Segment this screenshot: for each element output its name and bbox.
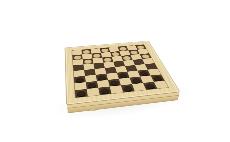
dark-checker[interactable]: ● xyxy=(99,86,110,94)
light-checker[interactable]: ● xyxy=(118,46,127,51)
light-checker[interactable]: ● xyxy=(73,54,81,59)
checkers-board-box: ●●●●●●●●●●●●●●●●●●●●●●●● xyxy=(65,41,181,105)
front-clasp-knob xyxy=(91,108,96,112)
dark-checker[interactable]: ● xyxy=(76,89,87,97)
light-checker[interactable]: ● xyxy=(103,56,112,61)
light-checker[interactable]: ● xyxy=(122,55,132,60)
square-h1[interactable] xyxy=(154,81,169,89)
light-checker[interactable]: ● xyxy=(136,44,145,49)
light-checker[interactable]: ● xyxy=(92,53,101,58)
scene: ●●●●●●●●●●●●●●●●●●●●●●●● xyxy=(0,0,230,142)
light-checker[interactable]: ● xyxy=(111,51,120,56)
light-checker[interactable]: ● xyxy=(100,47,109,52)
light-checker[interactable]: ● xyxy=(129,49,139,54)
dark-checker[interactable]: ● xyxy=(87,81,97,88)
light-checker[interactable]: ● xyxy=(140,53,150,58)
light-checker[interactable]: ● xyxy=(84,58,93,64)
light-checker[interactable]: ● xyxy=(82,49,90,54)
square-a1[interactable]: ● xyxy=(75,89,88,98)
board-squares: ●●●●●●●●●●●●●●●●●●●●●●●● xyxy=(72,44,170,98)
